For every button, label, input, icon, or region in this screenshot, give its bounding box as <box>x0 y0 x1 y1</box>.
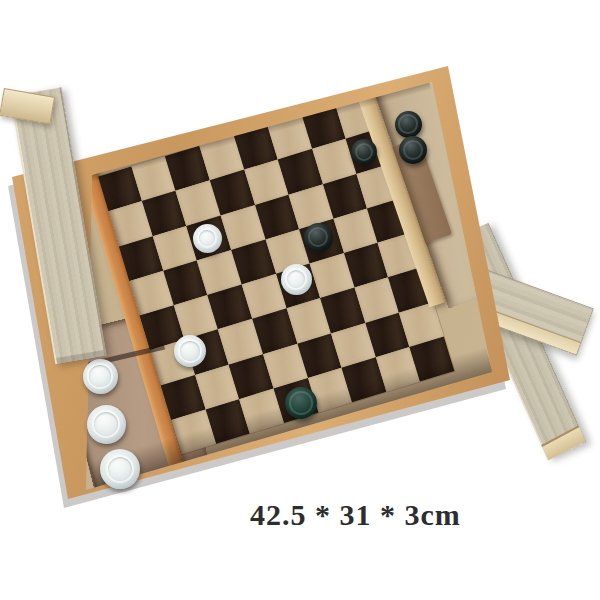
dimensions-caption: 42.5 * 31 * 3cm <box>250 498 470 532</box>
checker-piece-white <box>100 449 140 489</box>
checker-piece-black <box>395 111 422 138</box>
checker-piece-black <box>351 139 377 165</box>
checker-piece-black <box>399 136 427 164</box>
checker-piece-white <box>281 264 312 295</box>
checker-piece-black-green <box>285 387 317 419</box>
checker-piece-white <box>193 224 222 253</box>
checker-piece-white <box>87 405 126 444</box>
product-photo-scene: 42.5 * 31 * 3cm <box>0 0 600 600</box>
checker-piece-white <box>174 335 206 367</box>
checker-piece-white <box>83 359 118 394</box>
checker-piece-black <box>304 223 333 252</box>
